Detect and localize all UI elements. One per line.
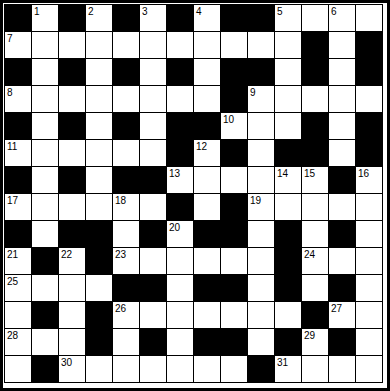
white-cell[interactable] bbox=[275, 302, 301, 328]
black-cell bbox=[356, 140, 382, 166]
clue-number: 6 bbox=[331, 6, 337, 17]
black-cell bbox=[329, 221, 355, 247]
black-cell bbox=[221, 140, 247, 166]
black-cell bbox=[356, 113, 382, 139]
white-cell[interactable] bbox=[113, 32, 139, 58]
clue-number: 31 bbox=[277, 357, 288, 368]
white-cell[interactable]: 15 bbox=[302, 167, 328, 193]
white-cell[interactable] bbox=[329, 32, 355, 58]
black-cell bbox=[167, 113, 193, 139]
white-cell[interactable]: 23 bbox=[113, 248, 139, 274]
white-cell[interactable] bbox=[356, 275, 382, 301]
white-cell[interactable] bbox=[329, 248, 355, 274]
white-cell[interactable] bbox=[32, 113, 58, 139]
black-cell bbox=[302, 113, 328, 139]
crossword-board: 1234567891011121314151617181920212223242… bbox=[4, 4, 383, 383]
black-cell bbox=[140, 329, 166, 355]
white-cell[interactable] bbox=[59, 86, 85, 112]
black-cell bbox=[59, 5, 85, 31]
black-cell bbox=[356, 59, 382, 85]
black-cell bbox=[302, 302, 328, 328]
white-cell[interactable] bbox=[194, 86, 220, 112]
black-cell bbox=[356, 32, 382, 58]
black-cell bbox=[113, 59, 139, 85]
white-cell[interactable] bbox=[302, 221, 328, 247]
white-cell[interactable]: 30 bbox=[59, 356, 85, 382]
black-cell bbox=[329, 167, 355, 193]
black-cell bbox=[5, 113, 31, 139]
white-cell[interactable] bbox=[356, 302, 382, 328]
black-cell bbox=[302, 32, 328, 58]
white-cell[interactable] bbox=[86, 113, 112, 139]
white-cell[interactable]: 7 bbox=[5, 32, 31, 58]
white-cell[interactable] bbox=[248, 221, 274, 247]
white-cell[interactable] bbox=[302, 194, 328, 220]
clue-number: 30 bbox=[61, 357, 72, 368]
white-cell[interactable] bbox=[248, 329, 274, 355]
black-cell bbox=[275, 248, 301, 274]
black-cell bbox=[275, 140, 301, 166]
white-cell[interactable]: 5 bbox=[275, 5, 301, 31]
white-cell[interactable] bbox=[275, 113, 301, 139]
white-cell[interactable] bbox=[140, 356, 166, 382]
white-cell[interactable] bbox=[248, 302, 274, 328]
clue-number: 29 bbox=[304, 330, 315, 341]
clue-number: 14 bbox=[277, 168, 288, 179]
white-cell[interactable] bbox=[86, 140, 112, 166]
white-cell[interactable] bbox=[113, 86, 139, 112]
white-cell[interactable] bbox=[356, 86, 382, 112]
clue-number: 18 bbox=[115, 195, 126, 206]
white-cell[interactable] bbox=[59, 302, 85, 328]
white-cell[interactable] bbox=[113, 329, 139, 355]
white-cell[interactable] bbox=[140, 32, 166, 58]
black-cell bbox=[221, 5, 247, 31]
white-cell[interactable] bbox=[113, 356, 139, 382]
white-cell[interactable]: 8 bbox=[5, 86, 31, 112]
white-cell[interactable] bbox=[59, 32, 85, 58]
white-cell[interactable]: 21 bbox=[5, 248, 31, 274]
white-cell[interactable]: 1 bbox=[32, 5, 58, 31]
black-cell bbox=[167, 194, 193, 220]
white-cell[interactable] bbox=[248, 167, 274, 193]
white-cell[interactable] bbox=[275, 194, 301, 220]
white-cell[interactable] bbox=[32, 329, 58, 355]
white-cell[interactable] bbox=[194, 302, 220, 328]
white-cell[interactable] bbox=[248, 248, 274, 274]
clue-number: 16 bbox=[358, 168, 369, 179]
black-cell bbox=[221, 59, 247, 85]
clue-number: 25 bbox=[7, 276, 18, 287]
white-cell[interactable]: 2 bbox=[86, 5, 112, 31]
black-cell bbox=[113, 113, 139, 139]
white-cell[interactable] bbox=[86, 86, 112, 112]
white-cell[interactable]: 4 bbox=[194, 5, 220, 31]
white-cell[interactable] bbox=[59, 275, 85, 301]
white-cell[interactable] bbox=[167, 302, 193, 328]
white-cell[interactable] bbox=[248, 275, 274, 301]
white-cell[interactable] bbox=[221, 302, 247, 328]
black-cell bbox=[32, 302, 58, 328]
white-cell[interactable] bbox=[194, 194, 220, 220]
clue-number: 3 bbox=[142, 6, 148, 17]
white-cell[interactable]: 27 bbox=[329, 302, 355, 328]
black-cell bbox=[5, 59, 31, 85]
clue-number: 10 bbox=[223, 114, 234, 125]
white-cell[interactable] bbox=[248, 32, 274, 58]
white-cell[interactable]: 11 bbox=[5, 140, 31, 166]
black-cell bbox=[221, 275, 247, 301]
white-cell[interactable] bbox=[140, 59, 166, 85]
clue-number: 15 bbox=[304, 168, 315, 179]
white-cell[interactable] bbox=[194, 59, 220, 85]
white-cell[interactable] bbox=[194, 248, 220, 274]
white-cell[interactable]: 17 bbox=[5, 194, 31, 220]
white-cell[interactable] bbox=[221, 167, 247, 193]
white-cell[interactable] bbox=[167, 356, 193, 382]
white-cell[interactable] bbox=[194, 356, 220, 382]
white-cell[interactable] bbox=[356, 5, 382, 31]
white-cell[interactable]: 16 bbox=[356, 167, 382, 193]
white-cell[interactable] bbox=[356, 248, 382, 274]
white-cell[interactable] bbox=[356, 194, 382, 220]
white-cell[interactable] bbox=[32, 167, 58, 193]
white-cell[interactable]: 20 bbox=[167, 221, 193, 247]
clue-number: 17 bbox=[7, 195, 18, 206]
white-cell[interactable] bbox=[140, 113, 166, 139]
white-cell[interactable] bbox=[329, 194, 355, 220]
white-cell[interactable] bbox=[356, 221, 382, 247]
black-cell bbox=[140, 221, 166, 247]
white-cell[interactable] bbox=[167, 86, 193, 112]
white-cell[interactable] bbox=[140, 194, 166, 220]
white-cell[interactable]: 28 bbox=[5, 329, 31, 355]
black-cell bbox=[302, 140, 328, 166]
white-cell[interactable] bbox=[275, 86, 301, 112]
white-cell[interactable] bbox=[329, 113, 355, 139]
white-cell[interactable] bbox=[329, 86, 355, 112]
clue-number: 12 bbox=[196, 141, 207, 152]
clue-number: 27 bbox=[331, 303, 342, 314]
clue-number: 5 bbox=[277, 6, 283, 17]
black-cell bbox=[167, 140, 193, 166]
black-cell bbox=[194, 113, 220, 139]
black-cell bbox=[194, 221, 220, 247]
white-cell[interactable]: 31 bbox=[275, 356, 301, 382]
white-cell[interactable] bbox=[167, 248, 193, 274]
white-cell[interactable] bbox=[32, 275, 58, 301]
white-cell[interactable] bbox=[167, 275, 193, 301]
white-cell[interactable]: 25 bbox=[5, 275, 31, 301]
clue-number: 28 bbox=[7, 330, 18, 341]
white-cell[interactable] bbox=[302, 356, 328, 382]
clue-number: 24 bbox=[304, 249, 315, 260]
clue-number: 2 bbox=[88, 6, 94, 17]
clue-number: 9 bbox=[250, 87, 256, 98]
white-cell[interactable] bbox=[86, 32, 112, 58]
white-cell[interactable]: 26 bbox=[113, 302, 139, 328]
white-cell[interactable] bbox=[113, 140, 139, 166]
black-cell bbox=[329, 329, 355, 355]
black-cell bbox=[86, 248, 112, 274]
white-cell[interactable] bbox=[86, 356, 112, 382]
white-cell[interactable]: 19 bbox=[248, 194, 274, 220]
black-cell bbox=[32, 248, 58, 274]
black-cell bbox=[59, 59, 85, 85]
black-cell bbox=[248, 59, 274, 85]
black-cell bbox=[5, 221, 31, 247]
white-cell[interactable] bbox=[140, 86, 166, 112]
white-cell[interactable] bbox=[59, 329, 85, 355]
clue-number: 11 bbox=[7, 141, 17, 152]
white-cell[interactable] bbox=[59, 140, 85, 166]
black-cell bbox=[86, 221, 112, 247]
white-cell[interactable] bbox=[32, 32, 58, 58]
white-cell[interactable]: 6 bbox=[329, 5, 355, 31]
black-cell bbox=[5, 167, 31, 193]
white-cell[interactable] bbox=[275, 32, 301, 58]
black-cell bbox=[59, 167, 85, 193]
black-cell bbox=[248, 5, 274, 31]
black-cell bbox=[221, 221, 247, 247]
black-cell bbox=[275, 329, 301, 355]
white-cell[interactable] bbox=[167, 32, 193, 58]
white-cell[interactable] bbox=[140, 248, 166, 274]
white-cell[interactable] bbox=[329, 356, 355, 382]
white-cell[interactable] bbox=[329, 140, 355, 166]
white-cell[interactable] bbox=[32, 140, 58, 166]
clue-number: 21 bbox=[7, 249, 18, 260]
black-cell bbox=[275, 275, 301, 301]
black-cell bbox=[302, 59, 328, 85]
clue-number: 22 bbox=[61, 249, 72, 260]
black-cell bbox=[221, 86, 247, 112]
clue-number: 19 bbox=[250, 195, 261, 206]
white-cell[interactable] bbox=[194, 32, 220, 58]
clue-number: 13 bbox=[169, 168, 180, 179]
white-cell[interactable]: 3 bbox=[140, 5, 166, 31]
white-cell[interactable] bbox=[302, 275, 328, 301]
clue-number: 26 bbox=[115, 303, 126, 314]
white-cell[interactable] bbox=[356, 329, 382, 355]
white-cell[interactable] bbox=[221, 356, 247, 382]
white-cell[interactable] bbox=[140, 140, 166, 166]
black-cell bbox=[59, 113, 85, 139]
white-cell[interactable] bbox=[221, 32, 247, 58]
white-cell[interactable]: 12 bbox=[194, 140, 220, 166]
white-cell[interactable] bbox=[86, 275, 112, 301]
white-cell[interactable] bbox=[32, 221, 58, 247]
white-cell[interactable]: 14 bbox=[275, 167, 301, 193]
clue-number: 4 bbox=[196, 6, 202, 17]
white-cell[interactable] bbox=[59, 194, 85, 220]
black-cell bbox=[32, 356, 58, 382]
white-cell[interactable] bbox=[302, 5, 328, 31]
black-cell bbox=[113, 5, 139, 31]
white-cell[interactable]: 18 bbox=[113, 194, 139, 220]
white-cell[interactable] bbox=[5, 302, 31, 328]
white-cell[interactable]: 24 bbox=[302, 248, 328, 274]
black-cell bbox=[329, 275, 355, 301]
white-cell[interactable] bbox=[86, 194, 112, 220]
black-cell bbox=[221, 329, 247, 355]
white-cell[interactable] bbox=[140, 302, 166, 328]
white-cell[interactable] bbox=[86, 59, 112, 85]
clue-number: 1 bbox=[34, 6, 40, 17]
white-cell[interactable]: 29 bbox=[302, 329, 328, 355]
black-cell bbox=[86, 302, 112, 328]
black-cell bbox=[113, 167, 139, 193]
black-cell bbox=[140, 275, 166, 301]
white-cell[interactable] bbox=[167, 329, 193, 355]
black-cell bbox=[275, 221, 301, 247]
white-cell[interactable] bbox=[86, 167, 112, 193]
white-cell[interactable] bbox=[356, 356, 382, 382]
black-cell bbox=[194, 275, 220, 301]
clue-number: 8 bbox=[7, 87, 13, 98]
white-cell[interactable] bbox=[248, 140, 274, 166]
white-cell[interactable] bbox=[302, 86, 328, 112]
white-cell[interactable] bbox=[248, 113, 274, 139]
black-cell bbox=[167, 59, 193, 85]
white-cell[interactable] bbox=[275, 59, 301, 85]
clue-number: 23 bbox=[115, 249, 126, 260]
clue-number: 7 bbox=[7, 33, 13, 44]
black-cell bbox=[248, 356, 274, 382]
black-cell bbox=[86, 329, 112, 355]
white-cell[interactable] bbox=[194, 167, 220, 193]
black-cell bbox=[59, 221, 85, 247]
black-cell bbox=[194, 329, 220, 355]
white-cell[interactable]: 22 bbox=[59, 248, 85, 274]
white-cell[interactable]: 13 bbox=[167, 167, 193, 193]
clue-number: 20 bbox=[169, 222, 180, 233]
white-cell[interactable] bbox=[113, 221, 139, 247]
white-cell[interactable]: 10 bbox=[221, 113, 247, 139]
white-cell[interactable] bbox=[221, 248, 247, 274]
black-cell bbox=[140, 167, 166, 193]
black-cell bbox=[113, 275, 139, 301]
white-cell[interactable] bbox=[32, 59, 58, 85]
black-cell bbox=[221, 194, 247, 220]
white-cell[interactable]: 9 bbox=[248, 86, 274, 112]
white-cell[interactable] bbox=[5, 356, 31, 382]
white-cell[interactable] bbox=[32, 86, 58, 112]
black-cell bbox=[5, 5, 31, 31]
black-cell bbox=[167, 5, 193, 31]
white-cell[interactable] bbox=[329, 59, 355, 85]
white-cell[interactable] bbox=[32, 194, 58, 220]
